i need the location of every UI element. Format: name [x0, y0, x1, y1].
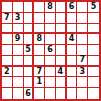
cell-r5c5[interactable]: 6: [45, 45, 56, 56]
cell-r1c7[interactable]: 6: [67, 2, 78, 13]
cell-r4c4[interactable]: 8: [34, 34, 45, 45]
cell-r3c7[interactable]: [67, 24, 78, 35]
cell-r4c8[interactable]: [77, 34, 88, 45]
cell-r1c9[interactable]: 5: [88, 2, 99, 13]
cell-r2c8[interactable]: [77, 13, 88, 24]
cell-r6c2[interactable]: [13, 56, 24, 67]
cell-r6c8[interactable]: 7: [77, 56, 88, 67]
cell-r7c9[interactable]: [88, 67, 99, 78]
cell-r9c3[interactable]: 6: [24, 88, 35, 99]
cell-r1c6[interactable]: [56, 2, 67, 13]
cell-r2c2[interactable]: 3: [13, 13, 24, 24]
cell-r8c7[interactable]: [67, 77, 78, 88]
cell-r2c7[interactable]: [67, 13, 78, 24]
cell-r3c5[interactable]: [45, 24, 56, 35]
cell-r6c4[interactable]: [34, 56, 45, 67]
cell-r4c2[interactable]: 9: [13, 34, 24, 45]
cell-r7c6[interactable]: 4: [56, 67, 67, 78]
cell-r3c6[interactable]: [56, 24, 67, 35]
cell-r2c1[interactable]: 7: [2, 13, 13, 24]
cell-r5c8[interactable]: [77, 45, 88, 56]
cell-r1c3[interactable]: [24, 2, 35, 13]
cell-r3c3[interactable]: [24, 24, 35, 35]
cell-r6c7[interactable]: [67, 56, 78, 67]
cell-r2c5[interactable]: [45, 13, 56, 24]
cell-r4c1[interactable]: [2, 34, 13, 45]
cell-r5c2[interactable]: [13, 45, 24, 56]
cell-r3c4[interactable]: [34, 24, 45, 35]
cell-r1c1[interactable]: [2, 2, 13, 13]
cell-r6c9[interactable]: [88, 56, 99, 67]
cell-r8c3[interactable]: [24, 77, 35, 88]
cell-r8c6[interactable]: [56, 77, 67, 88]
cell-r9c1[interactable]: [2, 88, 13, 99]
cell-r8c1[interactable]: [2, 77, 13, 88]
cell-r8c9[interactable]: [88, 77, 99, 88]
cell-r3c9[interactable]: [88, 24, 99, 35]
cell-r9c7[interactable]: [67, 88, 78, 99]
cell-r3c1[interactable]: [2, 24, 13, 35]
cell-r3c8[interactable]: [77, 24, 88, 35]
cell-r9c2[interactable]: [13, 88, 24, 99]
cell-r6c3[interactable]: [24, 56, 35, 67]
cell-r1c5[interactable]: 8: [45, 2, 56, 13]
cell-r2c9[interactable]: [88, 13, 99, 24]
cell-r7c5[interactable]: [45, 67, 56, 78]
cell-r6c5[interactable]: [45, 56, 56, 67]
cell-r5c3[interactable]: 5: [24, 45, 35, 56]
cell-r5c4[interactable]: [34, 45, 45, 56]
cell-r4c9[interactable]: [88, 34, 99, 45]
cell-r9c8[interactable]: [77, 88, 88, 99]
cell-r9c9[interactable]: [88, 88, 99, 99]
cell-r9c6[interactable]: [56, 88, 67, 99]
cell-r7c3[interactable]: [24, 67, 35, 78]
cell-r4c7[interactable]: 4: [67, 34, 78, 45]
sudoku-board: 86573984567274316: [0, 0, 101, 101]
cell-r2c6[interactable]: [56, 13, 67, 24]
cell-r5c9[interactable]: [88, 45, 99, 56]
cell-r9c4[interactable]: [34, 88, 45, 99]
cell-r2c4[interactable]: [34, 13, 45, 24]
cell-r8c2[interactable]: [13, 77, 24, 88]
cell-r8c5[interactable]: [45, 77, 56, 88]
cell-r5c7[interactable]: [67, 45, 78, 56]
cell-r7c2[interactable]: [13, 67, 24, 78]
cell-r3c2[interactable]: [13, 24, 24, 35]
cell-r7c7[interactable]: [67, 67, 78, 78]
cell-r8c4[interactable]: 1: [34, 77, 45, 88]
cell-r5c6[interactable]: [56, 45, 67, 56]
cell-r1c2[interactable]: [13, 2, 24, 13]
cell-r9c5[interactable]: [45, 88, 56, 99]
cell-r4c5[interactable]: [45, 34, 56, 45]
cell-r8c8[interactable]: [77, 77, 88, 88]
cell-r4c6[interactable]: [56, 34, 67, 45]
cell-r2c3[interactable]: [24, 13, 35, 24]
cell-r4c3[interactable]: [24, 34, 35, 45]
cell-r7c8[interactable]: 3: [77, 67, 88, 78]
cell-r6c6[interactable]: [56, 56, 67, 67]
cell-r6c1[interactable]: [2, 56, 13, 67]
cell-r5c1[interactable]: [2, 45, 13, 56]
cell-r7c1[interactable]: 2: [2, 67, 13, 78]
cell-r1c8[interactable]: [77, 2, 88, 13]
cell-r7c4[interactable]: 7: [34, 67, 45, 78]
cell-r1c4[interactable]: [34, 2, 45, 13]
